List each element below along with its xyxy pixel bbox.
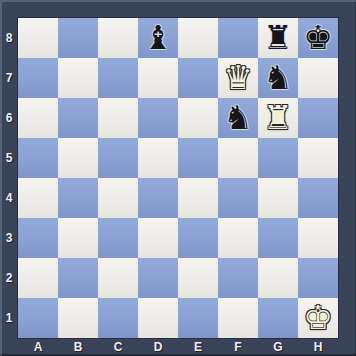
square-d4[interactable] (138, 178, 178, 218)
black-king-h8[interactable]: ♚ (303, 18, 333, 58)
square-f2[interactable] (218, 258, 258, 298)
square-a4[interactable] (18, 178, 58, 218)
square-h2[interactable] (298, 258, 338, 298)
black-knight-g7[interactable]: ♞ (263, 58, 293, 98)
square-d2[interactable] (138, 258, 178, 298)
square-b6[interactable] (58, 98, 98, 138)
square-b2[interactable] (58, 258, 98, 298)
chess-diagram: 87654321 ♝♜♚♛♞♞♜♚ ABCDEFGH (0, 0, 356, 356)
square-f3[interactable] (218, 218, 258, 258)
square-g1[interactable] (258, 298, 298, 338)
file-label-d: D (138, 338, 178, 356)
square-e2[interactable] (178, 258, 218, 298)
square-g5[interactable] (258, 138, 298, 178)
square-d3[interactable] (138, 218, 178, 258)
square-a3[interactable] (18, 218, 58, 258)
black-bishop-d8[interactable]: ♝ (143, 18, 173, 58)
square-b4[interactable] (58, 178, 98, 218)
file-label-a: A (18, 338, 58, 356)
rank-label-5: 5 (0, 138, 18, 178)
square-f6[interactable]: ♞ (218, 98, 258, 138)
rank-label-1: 1 (0, 298, 18, 338)
square-c6[interactable] (98, 98, 138, 138)
square-a7[interactable] (18, 58, 58, 98)
square-h8[interactable]: ♚ (298, 18, 338, 58)
square-e8[interactable] (178, 18, 218, 58)
square-a6[interactable] (18, 98, 58, 138)
square-c7[interactable] (98, 58, 138, 98)
square-b8[interactable] (58, 18, 98, 58)
square-d6[interactable] (138, 98, 178, 138)
square-d7[interactable] (138, 58, 178, 98)
square-h6[interactable] (298, 98, 338, 138)
square-f5[interactable] (218, 138, 258, 178)
square-h7[interactable] (298, 58, 338, 98)
file-label-e: E (178, 338, 218, 356)
square-g6[interactable]: ♜ (258, 98, 298, 138)
square-a2[interactable] (18, 258, 58, 298)
square-c2[interactable] (98, 258, 138, 298)
square-h5[interactable] (298, 138, 338, 178)
rank-labels: 87654321 (0, 18, 18, 338)
black-knight-f6[interactable]: ♞ (223, 98, 253, 138)
square-c4[interactable] (98, 178, 138, 218)
file-label-f: F (218, 338, 258, 356)
square-e5[interactable] (178, 138, 218, 178)
square-g8[interactable]: ♜ (258, 18, 298, 58)
file-label-b: B (58, 338, 98, 356)
file-label-g: G (258, 338, 298, 356)
file-labels: ABCDEFGH (18, 338, 338, 356)
square-g2[interactable] (258, 258, 298, 298)
file-label-c: C (98, 338, 138, 356)
rank-label-3: 3 (0, 218, 18, 258)
rank-label-2: 2 (0, 258, 18, 298)
square-b5[interactable] (58, 138, 98, 178)
square-e4[interactable] (178, 178, 218, 218)
square-c5[interactable] (98, 138, 138, 178)
square-h4[interactable] (298, 178, 338, 218)
square-c1[interactable] (98, 298, 138, 338)
rank-label-4: 4 (0, 178, 18, 218)
square-a5[interactable] (18, 138, 58, 178)
file-label-h: H (298, 338, 338, 356)
square-e1[interactable] (178, 298, 218, 338)
square-d5[interactable] (138, 138, 178, 178)
rank-label-8: 8 (0, 18, 18, 58)
square-a1[interactable] (18, 298, 58, 338)
white-rook-g6[interactable]: ♜ (263, 98, 293, 138)
white-queen-f7[interactable]: ♛ (223, 58, 253, 98)
rank-label-7: 7 (0, 58, 18, 98)
square-g4[interactable] (258, 178, 298, 218)
square-e3[interactable] (178, 218, 218, 258)
square-f1[interactable] (218, 298, 258, 338)
square-a8[interactable] (18, 18, 58, 58)
square-h1[interactable]: ♚ (298, 298, 338, 338)
square-b7[interactable] (58, 58, 98, 98)
black-rook-g8[interactable]: ♜ (263, 18, 293, 58)
square-e7[interactable] (178, 58, 218, 98)
square-g7[interactable]: ♞ (258, 58, 298, 98)
square-f8[interactable] (218, 18, 258, 58)
chess-board: ♝♜♚♛♞♞♜♚ (18, 18, 338, 338)
square-c3[interactable] (98, 218, 138, 258)
rank-label-6: 6 (0, 98, 18, 138)
square-b1[interactable] (58, 298, 98, 338)
square-c8[interactable] (98, 18, 138, 58)
white-king-h1[interactable]: ♚ (303, 298, 333, 338)
square-e6[interactable] (178, 98, 218, 138)
square-b3[interactable] (58, 218, 98, 258)
square-d1[interactable] (138, 298, 178, 338)
square-f7[interactable]: ♛ (218, 58, 258, 98)
square-g3[interactable] (258, 218, 298, 258)
square-f4[interactable] (218, 178, 258, 218)
square-h3[interactable] (298, 218, 338, 258)
square-d8[interactable]: ♝ (138, 18, 178, 58)
